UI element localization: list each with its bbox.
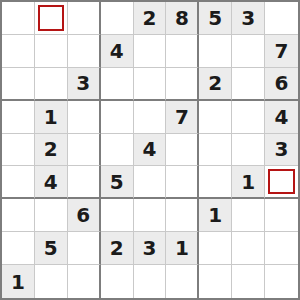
cell-r6c1[interactable] [35,199,68,232]
cell-r5c0[interactable] [2,166,35,199]
cell-r2c2[interactable]: 3 [68,68,101,101]
cell-r3c2[interactable] [68,101,101,134]
cell-r3c5[interactable]: 7 [166,101,199,134]
cell-r5c5[interactable] [166,166,199,199]
given-digit: 4 [143,139,157,159]
cell-r3c4[interactable] [134,101,167,134]
cell-r7c0[interactable] [2,232,35,265]
given-digit: 2 [143,8,157,28]
cell-r2c8[interactable]: 6 [265,68,298,101]
cell-r4c4[interactable]: 4 [134,134,167,167]
cell-r6c6[interactable]: 1 [199,199,232,232]
cell-r6c2[interactable]: 6 [68,199,101,232]
cell-r5c4[interactable] [134,166,167,199]
cell-r4c5[interactable] [166,134,199,167]
cell-r0c6[interactable]: 5 [199,2,232,35]
cell-r5c3[interactable]: 5 [101,166,134,199]
cell-r8c1[interactable] [35,265,68,298]
cell-r4c2[interactable] [68,134,101,167]
given-digit: 4 [44,172,58,192]
cell-r0c1[interactable] [35,2,68,35]
given-digit: 1 [175,238,189,258]
cell-r1c2[interactable] [68,35,101,68]
cell-r0c3[interactable] [101,2,134,35]
cell-r0c4[interactable]: 2 [134,2,167,35]
cell-r5c7[interactable]: 1 [232,166,265,199]
cell-r3c3[interactable] [101,101,134,134]
given-digit: 4 [110,41,124,61]
cell-r8c5[interactable] [166,265,199,298]
cell-r6c8[interactable] [265,199,298,232]
cell-r2c7[interactable] [232,68,265,101]
given-digit: 1 [241,172,255,192]
given-digit: 7 [175,107,189,127]
given-digit: 5 [44,238,58,258]
cell-r3c6[interactable] [199,101,232,134]
given-digit: 2 [110,238,124,258]
cell-r3c7[interactable] [232,101,265,134]
given-digit: 6 [275,73,289,93]
cell-r7c1[interactable]: 5 [35,232,68,265]
cell-r6c7[interactable] [232,199,265,232]
given-digit: 3 [241,8,255,28]
cell-r6c3[interactable] [101,199,134,232]
given-digit: 1 [44,107,58,127]
cell-r1c1[interactable] [35,35,68,68]
cell-r1c5[interactable] [166,35,199,68]
cell-r8c2[interactable] [68,265,101,298]
cell-r0c8[interactable] [265,2,298,35]
cell-r4c0[interactable] [2,134,35,167]
cell-r6c4[interactable] [134,199,167,232]
cell-r1c6[interactable] [199,35,232,68]
cell-r6c0[interactable] [2,199,35,232]
cell-r1c4[interactable] [134,35,167,68]
cell-r5c1[interactable]: 4 [35,166,68,199]
cell-r7c2[interactable] [68,232,101,265]
cell-r8c3[interactable] [101,265,134,298]
cell-r1c7[interactable] [232,35,265,68]
cell-r2c1[interactable] [35,68,68,101]
cell-r5c2[interactable] [68,166,101,199]
cell-r7c3[interactable]: 2 [101,232,134,265]
given-digit: 1 [11,272,25,292]
given-digit: 2 [44,139,58,159]
cell-r4c1[interactable]: 2 [35,134,68,167]
cell-r8c4[interactable] [134,265,167,298]
cell-r1c3[interactable]: 4 [101,35,134,68]
given-digit: 4 [275,107,289,127]
cell-r1c8[interactable]: 7 [265,35,298,68]
cell-r8c7[interactable] [232,265,265,298]
selection-outline [268,169,295,194]
given-digit: 5 [110,172,124,192]
cell-r7c6[interactable] [199,232,232,265]
given-digit: 3 [143,238,157,258]
cell-r3c0[interactable] [2,101,35,134]
cell-r5c8[interactable] [265,166,298,199]
given-digit: 3 [275,139,289,159]
given-digit: 2 [208,73,222,93]
given-digit: 6 [76,205,90,225]
given-digit: 5 [208,8,222,28]
cell-r4c3[interactable] [101,134,134,167]
given-digit: 7 [275,41,289,61]
cell-r2c3[interactable] [101,68,134,101]
cell-r7c4[interactable]: 3 [134,232,167,265]
cell-r6c5[interactable] [166,199,199,232]
cell-r2c4[interactable] [134,68,167,101]
cell-r5c6[interactable] [199,166,232,199]
cell-r2c6[interactable]: 2 [199,68,232,101]
cell-r7c7[interactable] [232,232,265,265]
given-digit: 1 [208,205,222,225]
cell-r7c5[interactable]: 1 [166,232,199,265]
cell-r2c0[interactable] [2,68,35,101]
given-digit: 8 [175,8,189,28]
cell-r7c8[interactable] [265,232,298,265]
cell-r8c8[interactable] [265,265,298,298]
cell-r1c0[interactable] [2,35,35,68]
cell-r3c8[interactable]: 4 [265,101,298,134]
given-digit: 3 [76,73,90,93]
cell-r3c1[interactable]: 1 [35,101,68,134]
cell-r4c6[interactable] [199,134,232,167]
cell-r0c0[interactable] [2,2,35,35]
cell-r4c8[interactable]: 3 [265,134,298,167]
cell-r0c2[interactable] [68,2,101,35]
cell-r2c5[interactable] [166,68,199,101]
sudoku-board: 2853473261742434516152311 [0,0,300,300]
cell-r4c7[interactable] [232,134,265,167]
cell-r8c6[interactable] [199,265,232,298]
cell-r0c5[interactable]: 8 [166,2,199,35]
cell-r0c7[interactable]: 3 [232,2,265,35]
cell-r8c0[interactable]: 1 [2,265,35,298]
selection-outline [38,5,64,31]
